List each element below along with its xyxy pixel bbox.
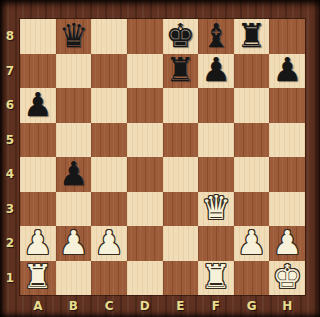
square-b8[interactable]: ♛ <box>56 19 92 54</box>
piece-black-queen: ♛ <box>59 19 89 52</box>
piece-black-pawn: ♟ <box>23 88 53 121</box>
chess-board-frame: 87654321 ♛♚♝♜♜♟♟♟♟♛♟♟♟♟♟♜♜♚ ABCDEFGH <box>0 0 320 317</box>
rank-label-7: 7 <box>0 54 20 89</box>
piece-white-rook: ♜ <box>201 261 231 294</box>
rank-labels: 87654321 <box>0 19 20 295</box>
piece-black-pawn: ♟ <box>272 54 302 87</box>
square-e6[interactable] <box>163 88 199 123</box>
square-h6[interactable] <box>269 88 305 123</box>
square-c6[interactable] <box>91 88 127 123</box>
file-label-g: G <box>234 295 270 317</box>
square-h1[interactable]: ♚ <box>269 261 305 296</box>
square-h3[interactable] <box>269 192 305 227</box>
file-label-e: E <box>163 295 199 317</box>
square-c2[interactable]: ♟ <box>91 226 127 261</box>
square-b5[interactable] <box>56 123 92 158</box>
square-g4[interactable] <box>234 157 270 192</box>
square-f3[interactable]: ♛ <box>198 192 234 227</box>
square-a6[interactable]: ♟ <box>20 88 56 123</box>
file-label-f: F <box>198 295 234 317</box>
square-d2[interactable] <box>127 226 163 261</box>
square-e1[interactable] <box>163 261 199 296</box>
piece-white-king: ♚ <box>272 261 302 294</box>
square-e3[interactable] <box>163 192 199 227</box>
file-label-h: H <box>269 295 305 317</box>
square-g5[interactable] <box>234 123 270 158</box>
piece-black-bishop: ♝ <box>201 19 231 52</box>
square-b6[interactable] <box>56 88 92 123</box>
square-f2[interactable] <box>198 226 234 261</box>
square-a3[interactable] <box>20 192 56 227</box>
square-c7[interactable] <box>91 54 127 89</box>
square-a8[interactable] <box>20 19 56 54</box>
piece-white-pawn: ♟ <box>23 226 53 259</box>
square-a1[interactable]: ♜ <box>20 261 56 296</box>
piece-white-pawn: ♟ <box>272 226 302 259</box>
file-label-a: A <box>20 295 56 317</box>
square-g3[interactable] <box>234 192 270 227</box>
piece-white-queen: ♛ <box>201 192 231 225</box>
square-e2[interactable] <box>163 226 199 261</box>
file-labels: ABCDEFGH <box>20 295 305 317</box>
square-e8[interactable]: ♚ <box>163 19 199 54</box>
square-b3[interactable] <box>56 192 92 227</box>
piece-white-pawn: ♟ <box>59 226 89 259</box>
square-d5[interactable] <box>127 123 163 158</box>
square-g1[interactable] <box>234 261 270 296</box>
square-c5[interactable] <box>91 123 127 158</box>
square-e7[interactable]: ♜ <box>163 54 199 89</box>
square-a4[interactable] <box>20 157 56 192</box>
square-h7[interactable]: ♟ <box>269 54 305 89</box>
square-b2[interactable]: ♟ <box>56 226 92 261</box>
square-h2[interactable]: ♟ <box>269 226 305 261</box>
square-a7[interactable] <box>20 54 56 89</box>
square-b4[interactable]: ♟ <box>56 157 92 192</box>
board: ♛♚♝♜♜♟♟♟♟♛♟♟♟♟♟♜♜♚ <box>20 19 305 295</box>
piece-white-pawn: ♟ <box>94 226 124 259</box>
rank-label-5: 5 <box>0 123 20 158</box>
square-c3[interactable] <box>91 192 127 227</box>
square-d6[interactable] <box>127 88 163 123</box>
rank-label-6: 6 <box>0 88 20 123</box>
piece-black-pawn: ♟ <box>59 157 89 190</box>
square-f1[interactable]: ♜ <box>198 261 234 296</box>
square-f5[interactable] <box>198 123 234 158</box>
rank-label-3: 3 <box>0 192 20 227</box>
piece-black-rook: ♜ <box>166 54 196 87</box>
square-c8[interactable] <box>91 19 127 54</box>
rank-label-2: 2 <box>0 226 20 261</box>
rank-label-8: 8 <box>0 19 20 54</box>
square-f4[interactable] <box>198 157 234 192</box>
square-c1[interactable] <box>91 261 127 296</box>
file-label-b: B <box>56 295 92 317</box>
piece-white-rook: ♜ <box>23 261 53 294</box>
square-a2[interactable]: ♟ <box>20 226 56 261</box>
piece-black-pawn: ♟ <box>201 54 231 87</box>
square-g7[interactable] <box>234 54 270 89</box>
square-d4[interactable] <box>127 157 163 192</box>
piece-white-pawn: ♟ <box>237 226 267 259</box>
file-label-c: C <box>91 295 127 317</box>
square-d8[interactable] <box>127 19 163 54</box>
square-e4[interactable] <box>163 157 199 192</box>
square-c4[interactable] <box>91 157 127 192</box>
square-g6[interactable] <box>234 88 270 123</box>
piece-black-king: ♚ <box>166 19 196 52</box>
square-d1[interactable] <box>127 261 163 296</box>
square-f8[interactable]: ♝ <box>198 19 234 54</box>
square-f7[interactable]: ♟ <box>198 54 234 89</box>
square-h8[interactable] <box>269 19 305 54</box>
rank-label-4: 4 <box>0 157 20 192</box>
square-d7[interactable] <box>127 54 163 89</box>
square-d3[interactable] <box>127 192 163 227</box>
file-label-d: D <box>127 295 163 317</box>
square-h5[interactable] <box>269 123 305 158</box>
square-b7[interactable] <box>56 54 92 89</box>
square-b1[interactable] <box>56 261 92 296</box>
square-g2[interactable]: ♟ <box>234 226 270 261</box>
rank-label-1: 1 <box>0 261 20 296</box>
square-h4[interactable] <box>269 157 305 192</box>
square-a5[interactable] <box>20 123 56 158</box>
square-g8[interactable]: ♜ <box>234 19 270 54</box>
piece-black-rook: ♜ <box>237 19 267 52</box>
square-f6[interactable] <box>198 88 234 123</box>
square-e5[interactable] <box>163 123 199 158</box>
